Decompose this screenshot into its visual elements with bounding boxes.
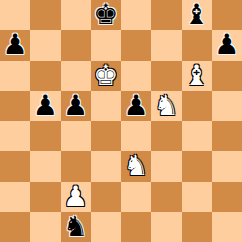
square-a8[interactable] xyxy=(0,0,30,30)
square-h6[interactable] xyxy=(212,61,242,91)
square-f6[interactable] xyxy=(151,61,181,91)
square-g2[interactable] xyxy=(182,182,212,212)
square-b7[interactable] xyxy=(30,30,60,60)
square-a6[interactable] xyxy=(0,61,30,91)
square-g4[interactable] xyxy=(182,121,212,151)
square-a2[interactable] xyxy=(0,182,30,212)
square-h8[interactable] xyxy=(212,0,242,30)
square-c4[interactable] xyxy=(61,121,91,151)
piece-white-knight: ♞ xyxy=(124,151,149,181)
square-b2[interactable] xyxy=(30,182,60,212)
square-g5[interactable] xyxy=(182,91,212,121)
piece-white-pawn: ♟ xyxy=(63,182,88,212)
square-g7[interactable] xyxy=(182,30,212,60)
square-f8[interactable] xyxy=(151,0,181,30)
piece-black-pawn: ♟ xyxy=(3,30,28,60)
square-e3[interactable]: ♞ xyxy=(121,151,151,181)
piece-black-bishop: ♝ xyxy=(184,0,209,30)
square-f3[interactable] xyxy=(151,151,181,181)
square-c2[interactable]: ♟ xyxy=(61,182,91,212)
piece-white-knight: ♞ xyxy=(154,91,179,121)
piece-black-pawn: ♟ xyxy=(214,30,239,60)
square-d3[interactable] xyxy=(91,151,121,181)
square-a7[interactable]: ♟ xyxy=(0,30,30,60)
square-e8[interactable] xyxy=(121,0,151,30)
square-c8[interactable] xyxy=(61,0,91,30)
square-h1[interactable] xyxy=(212,212,242,242)
square-b3[interactable] xyxy=(30,151,60,181)
piece-black-king: ♚ xyxy=(93,0,118,30)
square-g8[interactable]: ♝ xyxy=(182,0,212,30)
square-h4[interactable] xyxy=(212,121,242,151)
square-a3[interactable] xyxy=(0,151,30,181)
square-d5[interactable] xyxy=(91,91,121,121)
square-h7[interactable]: ♟ xyxy=(212,30,242,60)
square-h5[interactable] xyxy=(212,91,242,121)
piece-white-king: ♚ xyxy=(93,61,118,91)
square-e2[interactable] xyxy=(121,182,151,212)
piece-white-bishop: ♝ xyxy=(184,61,209,91)
piece-black-pawn: ♟ xyxy=(33,91,58,121)
square-e5[interactable]: ♟ xyxy=(121,91,151,121)
square-e7[interactable] xyxy=(121,30,151,60)
square-c7[interactable] xyxy=(61,30,91,60)
square-f1[interactable] xyxy=(151,212,181,242)
square-a4[interactable] xyxy=(0,121,30,151)
square-a5[interactable] xyxy=(0,91,30,121)
square-c6[interactable] xyxy=(61,61,91,91)
square-d4[interactable] xyxy=(91,121,121,151)
piece-black-pawn: ♟ xyxy=(124,91,149,121)
square-b5[interactable]: ♟ xyxy=(30,91,60,121)
square-c1[interactable]: ♞ xyxy=(61,212,91,242)
square-d2[interactable] xyxy=(91,182,121,212)
square-b1[interactable] xyxy=(30,212,60,242)
square-d7[interactable] xyxy=(91,30,121,60)
square-f7[interactable] xyxy=(151,30,181,60)
square-b8[interactable] xyxy=(30,0,60,30)
chess-board: ♚♝♟♟♚♝♟♟♟♞♞♟♞ xyxy=(0,0,242,242)
square-f5[interactable]: ♞ xyxy=(151,91,181,121)
square-b6[interactable] xyxy=(30,61,60,91)
square-c3[interactable] xyxy=(61,151,91,181)
square-e6[interactable] xyxy=(121,61,151,91)
square-f4[interactable] xyxy=(151,121,181,151)
square-b4[interactable] xyxy=(30,121,60,151)
square-e1[interactable] xyxy=(121,212,151,242)
square-c5[interactable]: ♟ xyxy=(61,91,91,121)
square-d1[interactable] xyxy=(91,212,121,242)
square-d8[interactable]: ♚ xyxy=(91,0,121,30)
square-e4[interactable] xyxy=(121,121,151,151)
piece-black-pawn: ♟ xyxy=(63,91,88,121)
square-h3[interactable] xyxy=(212,151,242,181)
square-d6[interactable]: ♚ xyxy=(91,61,121,91)
square-h2[interactable] xyxy=(212,182,242,212)
piece-black-knight: ♞ xyxy=(63,212,88,242)
square-a1[interactable] xyxy=(0,212,30,242)
square-g6[interactable]: ♝ xyxy=(182,61,212,91)
square-g3[interactable] xyxy=(182,151,212,181)
square-g1[interactable] xyxy=(182,212,212,242)
square-f2[interactable] xyxy=(151,182,181,212)
